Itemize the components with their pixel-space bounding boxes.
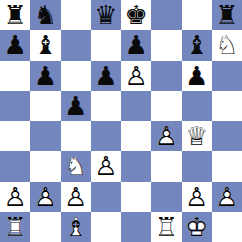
square-h8[interactable]: ♜ [212, 0, 242, 30]
square-c2[interactable]: ♟♙ [61, 182, 91, 212]
piece-white-king[interactable]: ♚♔ [182, 212, 212, 242]
square-g6[interactable]: ♟ [182, 61, 212, 91]
square-b1[interactable] [30, 212, 60, 242]
square-a5[interactable] [0, 91, 30, 121]
square-g5[interactable] [182, 91, 212, 121]
piece-white-pawn[interactable]: ♟♙ [121, 61, 151, 91]
piece-white-pawn[interactable]: ♟♙ [0, 182, 30, 212]
square-g1[interactable]: ♚♔ [182, 212, 212, 242]
piece-white-pawn[interactable]: ♟♙ [182, 182, 212, 212]
square-e5[interactable] [121, 91, 151, 121]
square-h5[interactable] [212, 91, 242, 121]
piece-white-queen[interactable]: ♛♕ [182, 121, 212, 151]
square-d2[interactable] [91, 182, 121, 212]
square-c4[interactable] [61, 121, 91, 151]
square-h4[interactable] [212, 121, 242, 151]
square-d8[interactable]: ♛ [91, 0, 121, 30]
square-e3[interactable] [121, 151, 151, 181]
piece-white-pawn[interactable]: ♟♙ [212, 182, 242, 212]
square-g8[interactable] [182, 0, 212, 30]
piece-black-bishop[interactable]: ♝ [30, 30, 60, 60]
piece-white-knight[interactable]: ♞♘ [61, 151, 91, 181]
piece-outline-layer: ♙ [30, 182, 60, 212]
square-c6[interactable] [61, 61, 91, 91]
square-f7[interactable] [151, 30, 181, 60]
square-b3[interactable] [30, 151, 60, 181]
square-a1[interactable]: ♜♖ [0, 212, 30, 242]
square-d7[interactable] [91, 30, 121, 60]
piece-outline-layer: ♗ [61, 212, 91, 242]
square-g3[interactable] [182, 151, 212, 181]
piece-white-pawn[interactable]: ♟♙ [61, 182, 91, 212]
piece-outline-layer: ♙ [182, 182, 212, 212]
square-f1[interactable]: ♜♖ [151, 212, 181, 242]
square-c5[interactable]: ♟ [61, 91, 91, 121]
square-h1[interactable] [212, 212, 242, 242]
square-e1[interactable] [121, 212, 151, 242]
square-d4[interactable] [91, 121, 121, 151]
square-f8[interactable] [151, 0, 181, 30]
piece-outline-layer: ♙ [212, 182, 242, 212]
piece-black-rook[interactable]: ♜ [212, 0, 242, 30]
square-a6[interactable] [0, 61, 30, 91]
square-g7[interactable]: ♝ [182, 30, 212, 60]
piece-outline-layer: ♙ [61, 182, 91, 212]
square-c1[interactable]: ♝♗ [61, 212, 91, 242]
piece-white-bishop[interactable]: ♝♗ [61, 212, 91, 242]
square-b2[interactable]: ♟♙ [30, 182, 60, 212]
square-e2[interactable] [121, 182, 151, 212]
piece-outline-layer: ♙ [121, 61, 151, 91]
square-h7[interactable]: ♞♘ [212, 30, 242, 60]
piece-black-pawn[interactable]: ♟ [91, 61, 121, 91]
square-b8[interactable]: ♞ [30, 0, 60, 30]
piece-white-rook[interactable]: ♜♖ [151, 212, 181, 242]
piece-outline-layer: ♘ [212, 30, 242, 60]
square-d6[interactable]: ♟ [91, 61, 121, 91]
piece-outline-layer: ♔ [182, 212, 212, 242]
square-e4[interactable] [121, 121, 151, 151]
square-d3[interactable]: ♟♙ [91, 151, 121, 181]
square-f3[interactable] [151, 151, 181, 181]
square-h6[interactable] [212, 61, 242, 91]
square-g4[interactable]: ♛♕ [182, 121, 212, 151]
square-e6[interactable]: ♟♙ [121, 61, 151, 91]
square-h3[interactable] [212, 151, 242, 181]
square-f5[interactable] [151, 91, 181, 121]
chess-board: ♜♞♛♚♜♟♝♟♝♞♘♟♟♟♙♟♟♟♙♛♕♞♘♟♙♟♙♟♙♟♙♟♙♟♙♜♖♝♗♜… [0, 0, 242, 242]
square-e8[interactable]: ♚ [121, 0, 151, 30]
square-b6[interactable]: ♟ [30, 61, 60, 91]
square-f2[interactable] [151, 182, 181, 212]
square-d5[interactable] [91, 91, 121, 121]
square-b4[interactable] [30, 121, 60, 151]
square-e7[interactable]: ♟ [121, 30, 151, 60]
piece-outline-layer: ♙ [151, 121, 181, 151]
piece-outline-layer: ♖ [0, 212, 30, 242]
piece-outline-layer: ♙ [91, 151, 121, 181]
square-f4[interactable]: ♟♙ [151, 121, 181, 151]
square-a2[interactable]: ♟♙ [0, 182, 30, 212]
square-a7[interactable]: ♟ [0, 30, 30, 60]
square-a3[interactable] [0, 151, 30, 181]
square-c3[interactable]: ♞♘ [61, 151, 91, 181]
piece-black-knight[interactable]: ♞ [30, 0, 60, 30]
piece-black-king[interactable]: ♚ [121, 0, 151, 30]
piece-black-pawn[interactable]: ♟ [30, 61, 60, 91]
piece-black-rook[interactable]: ♜ [0, 0, 30, 30]
square-a8[interactable]: ♜ [0, 0, 30, 30]
square-c7[interactable] [61, 30, 91, 60]
square-g2[interactable]: ♟♙ [182, 182, 212, 212]
piece-outline-layer: ♖ [151, 212, 181, 242]
square-b7[interactable]: ♝ [30, 30, 60, 60]
square-h2[interactable]: ♟♙ [212, 182, 242, 212]
piece-white-pawn[interactable]: ♟♙ [151, 121, 181, 151]
piece-outline-layer: ♘ [61, 151, 91, 181]
piece-outline-layer: ♙ [0, 182, 30, 212]
piece-white-knight[interactable]: ♞♘ [212, 30, 242, 60]
piece-black-bishop[interactable]: ♝ [182, 30, 212, 60]
piece-white-rook[interactable]: ♜♖ [0, 212, 30, 242]
piece-black-pawn[interactable]: ♟ [61, 91, 91, 121]
piece-white-pawn[interactable]: ♟♙ [30, 182, 60, 212]
square-c8[interactable] [61, 0, 91, 30]
piece-black-pawn[interactable]: ♟ [182, 61, 212, 91]
square-b5[interactable] [30, 91, 60, 121]
square-d1[interactable] [91, 212, 121, 242]
piece-outline-layer: ♕ [182, 121, 212, 151]
piece-black-pawn[interactable]: ♟ [121, 30, 151, 60]
piece-black-pawn[interactable]: ♟ [0, 30, 30, 60]
piece-white-pawn[interactable]: ♟♙ [91, 151, 121, 181]
piece-black-queen[interactable]: ♛ [91, 0, 121, 30]
square-a4[interactable] [0, 121, 30, 151]
square-f6[interactable] [151, 61, 181, 91]
